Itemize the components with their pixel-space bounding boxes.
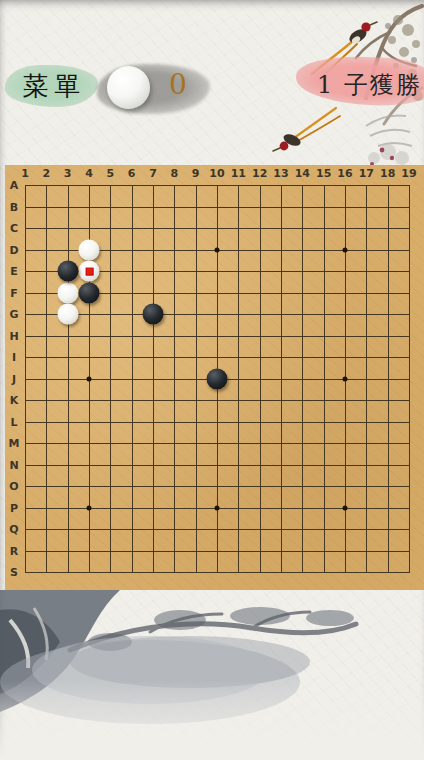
board-cell [366, 529, 387, 551]
board-cell [345, 400, 366, 422]
board-cell [366, 336, 387, 358]
board-cell [196, 336, 217, 358]
board-cell [366, 379, 387, 401]
board-cell [388, 486, 409, 508]
black-stone [57, 261, 78, 282]
board-cell [366, 400, 387, 422]
board-cell [68, 443, 89, 465]
board-cell [345, 508, 366, 530]
board-cell [46, 529, 67, 551]
board-cell [324, 486, 345, 508]
row-label: R [10, 544, 18, 557]
board-cell [132, 529, 153, 551]
board-cell [217, 400, 238, 422]
board-cell [46, 422, 67, 444]
board-cell [89, 207, 110, 229]
board-cell [110, 185, 131, 207]
board-cell [217, 422, 238, 444]
board-cell [89, 443, 110, 465]
star-point [87, 376, 92, 381]
board-cell [324, 529, 345, 551]
board-cell [196, 508, 217, 530]
board-cell [281, 207, 302, 229]
column-label: 12 [252, 167, 267, 180]
board-cell [324, 357, 345, 379]
board-cell [110, 336, 131, 358]
row-label: L [10, 415, 17, 428]
board-cell [25, 207, 46, 229]
white-stone-icon [107, 66, 150, 109]
column-label: 19 [401, 167, 416, 180]
board-cell [132, 336, 153, 358]
board-cell [68, 422, 89, 444]
board-cell [324, 271, 345, 293]
board-cell [217, 185, 238, 207]
board-cell [345, 314, 366, 336]
board-cell [302, 400, 323, 422]
board-cell [388, 551, 409, 573]
board-cell [260, 443, 281, 465]
board-cell [238, 314, 259, 336]
board-cell [153, 357, 174, 379]
board-cell [89, 357, 110, 379]
board-cell [388, 357, 409, 379]
board-cell [302, 529, 323, 551]
board-cell [196, 185, 217, 207]
column-label: 8 [171, 167, 179, 180]
board-cell [302, 357, 323, 379]
board-cell [366, 357, 387, 379]
board-cell [174, 207, 195, 229]
board-cell [388, 400, 409, 422]
board-cell [110, 207, 131, 229]
row-label: B [10, 200, 18, 213]
board-cell [132, 422, 153, 444]
menu-button[interactable]: 菜單 [5, 65, 98, 107]
column-label: 4 [85, 167, 93, 180]
board-cell [25, 551, 46, 573]
board-cell [110, 314, 131, 336]
star-point [87, 505, 92, 510]
board-cell [174, 508, 195, 530]
ink-landscape-painting-decoration [0, 590, 424, 760]
board-cell [110, 486, 131, 508]
board-cell [238, 357, 259, 379]
board-cell [46, 185, 67, 207]
board-cell [68, 207, 89, 229]
board-cell [388, 336, 409, 358]
column-label: 6 [128, 167, 136, 180]
board-cell [46, 207, 67, 229]
column-label: 11 [231, 167, 246, 180]
board-cell [238, 551, 259, 573]
board-cell [110, 271, 131, 293]
board-cell [25, 250, 46, 272]
board-cell [89, 314, 110, 336]
column-label: 13 [273, 167, 288, 180]
board-cell [345, 185, 366, 207]
board-cell [110, 422, 131, 444]
column-label: 2 [43, 167, 51, 180]
board-cell [345, 551, 366, 573]
board-cell [110, 228, 131, 250]
column-label: 9 [192, 167, 200, 180]
board-cell [260, 551, 281, 573]
row-label: I [12, 351, 16, 364]
board-cell [345, 422, 366, 444]
board-cell [366, 271, 387, 293]
board-cell [110, 529, 131, 551]
board-cell [153, 228, 174, 250]
board-cell [388, 228, 409, 250]
board-cell [132, 486, 153, 508]
board-cell [46, 465, 67, 487]
board-cell [153, 486, 174, 508]
board-cell [46, 508, 67, 530]
board-cell [281, 185, 302, 207]
board-cell [196, 400, 217, 422]
board-cell [388, 529, 409, 551]
white-captures-count: 0 [162, 68, 194, 101]
board-cell [132, 551, 153, 573]
board-cell [217, 443, 238, 465]
star-point [343, 247, 348, 252]
white-stone [79, 261, 100, 282]
board-cell [132, 357, 153, 379]
column-label: 7 [149, 167, 157, 180]
board-cell [281, 465, 302, 487]
board-cell [345, 250, 366, 272]
board-cell [238, 336, 259, 358]
board-cell [345, 357, 366, 379]
board-cell [281, 228, 302, 250]
board-cell [110, 465, 131, 487]
board-cell [345, 486, 366, 508]
board-cell [174, 314, 195, 336]
board-cell [260, 336, 281, 358]
board-cell [25, 486, 46, 508]
board-cell [388, 443, 409, 465]
board-cell [260, 207, 281, 229]
board-cell [324, 443, 345, 465]
board-cell [217, 486, 238, 508]
board-cell [196, 465, 217, 487]
column-label: 14 [295, 167, 310, 180]
board-cell [25, 379, 46, 401]
board-cell [388, 293, 409, 315]
board-cell [260, 271, 281, 293]
board-cell [302, 551, 323, 573]
board-cell [25, 314, 46, 336]
column-label: 5 [107, 167, 115, 180]
board-cell [388, 207, 409, 229]
board-cell [281, 357, 302, 379]
board-cell [260, 250, 281, 272]
board-cell [302, 314, 323, 336]
board-cell [174, 379, 195, 401]
board-cell [281, 379, 302, 401]
board-cell [324, 551, 345, 573]
board-cell [68, 508, 89, 530]
row-label: D [9, 243, 18, 256]
board-cell [366, 293, 387, 315]
board-cell [345, 207, 366, 229]
board-cell [153, 422, 174, 444]
board-cell [153, 551, 174, 573]
board-cell [174, 185, 195, 207]
board-cell [174, 443, 195, 465]
board-cell [302, 379, 323, 401]
black-stone [143, 304, 164, 325]
board-cell [388, 465, 409, 487]
app-screen: 1 子獲勝 菜單 0 12345678910111213141516171819… [0, 0, 424, 760]
board-cell [25, 185, 46, 207]
win-condition-label: 1 子獲勝 [317, 69, 422, 101]
board-cell [68, 379, 89, 401]
row-label: E [10, 265, 18, 278]
star-point [215, 247, 220, 252]
board-cell [89, 336, 110, 358]
menu-button-label: 菜單 [23, 69, 87, 104]
board-cell [196, 250, 217, 272]
board-cell [238, 271, 259, 293]
board-cell [388, 508, 409, 530]
board-cell [25, 529, 46, 551]
board-cell [302, 443, 323, 465]
board-cell [89, 508, 110, 530]
board-cell [302, 271, 323, 293]
board-cell [217, 250, 238, 272]
board-cell [238, 207, 259, 229]
board-cell [345, 443, 366, 465]
board-cell [25, 400, 46, 422]
board-cell [260, 314, 281, 336]
board-cell [260, 486, 281, 508]
board-cell [366, 443, 387, 465]
board-cell [324, 314, 345, 336]
board-cell [238, 422, 259, 444]
board-cell [89, 529, 110, 551]
board-cell [345, 336, 366, 358]
board-cell [174, 357, 195, 379]
board-cell [25, 293, 46, 315]
board-cell [153, 250, 174, 272]
board-cell [46, 486, 67, 508]
board-cell [388, 271, 409, 293]
board-cell [153, 336, 174, 358]
board-cell [302, 228, 323, 250]
board-cell [153, 465, 174, 487]
board-cell [366, 207, 387, 229]
board-cell [46, 379, 67, 401]
board-cell [366, 465, 387, 487]
board-cell [302, 207, 323, 229]
black-stone [79, 282, 100, 303]
board-cell [132, 379, 153, 401]
board-cell [345, 379, 366, 401]
board-cell [132, 250, 153, 272]
column-label: 18 [380, 167, 395, 180]
board-cell [132, 400, 153, 422]
board-cell [238, 293, 259, 315]
row-label: Q [9, 523, 18, 536]
board-cell [302, 250, 323, 272]
board-cell [68, 551, 89, 573]
star-point [343, 505, 348, 510]
board-cell [174, 465, 195, 487]
board-cell [174, 529, 195, 551]
board-cell [238, 508, 259, 530]
board-cell [260, 529, 281, 551]
board-cell [238, 379, 259, 401]
board-cell [153, 529, 174, 551]
board-cell [281, 443, 302, 465]
board-cell [324, 228, 345, 250]
column-label: 17 [359, 167, 374, 180]
board-cell [196, 529, 217, 551]
board-cell [388, 314, 409, 336]
board-cell [345, 529, 366, 551]
board-cell [89, 551, 110, 573]
board-cell [89, 379, 110, 401]
board-cell [281, 551, 302, 573]
board-cell [324, 400, 345, 422]
board-cell [324, 336, 345, 358]
board-cell [238, 443, 259, 465]
board-cell [25, 357, 46, 379]
board-cell [46, 400, 67, 422]
board-cell [281, 486, 302, 508]
board-cell [196, 422, 217, 444]
board-cell [238, 185, 259, 207]
board-cell [174, 486, 195, 508]
board-cell [196, 443, 217, 465]
board-cell [68, 486, 89, 508]
board-cell [153, 185, 174, 207]
white-stone [57, 282, 78, 303]
board-cell [260, 293, 281, 315]
board-cell [132, 508, 153, 530]
board-cell [217, 551, 238, 573]
board-cell [260, 357, 281, 379]
board-cell [89, 185, 110, 207]
board-cell [324, 422, 345, 444]
board-cell [366, 185, 387, 207]
board-cell [68, 336, 89, 358]
board-cell [260, 400, 281, 422]
go-board[interactable]: 12345678910111213141516171819ABCDEFGHIJK… [5, 165, 424, 590]
board-overlay: 12345678910111213141516171819ABCDEFGHIJK… [25, 185, 410, 573]
board-cell [132, 207, 153, 229]
board-cell [281, 529, 302, 551]
board-cell [132, 465, 153, 487]
board-cell [174, 293, 195, 315]
board-cell [302, 185, 323, 207]
board-cell [132, 271, 153, 293]
white-stone [79, 239, 100, 260]
row-label: F [10, 286, 18, 299]
board-cell [324, 465, 345, 487]
board-cell [388, 250, 409, 272]
board-cell [153, 400, 174, 422]
board-cell [324, 207, 345, 229]
board-cell [174, 271, 195, 293]
board-cell [217, 529, 238, 551]
board-cell [324, 508, 345, 530]
board-cell [238, 228, 259, 250]
board-cell [217, 508, 238, 530]
board-cell [366, 486, 387, 508]
row-label: J [12, 372, 16, 385]
board-cell [153, 271, 174, 293]
board-cell [174, 551, 195, 573]
board-cell [68, 357, 89, 379]
board-cell [25, 443, 46, 465]
column-label: 3 [64, 167, 72, 180]
board-cell [174, 228, 195, 250]
board-cell [260, 508, 281, 530]
board-cell [281, 293, 302, 315]
board-cell [89, 422, 110, 444]
board-cell [302, 508, 323, 530]
board-cell [196, 228, 217, 250]
board-cell [281, 508, 302, 530]
board-cell [110, 293, 131, 315]
board-cell [345, 228, 366, 250]
row-label: N [9, 458, 18, 471]
row-label: A [10, 179, 19, 192]
board-cell [260, 185, 281, 207]
board-cell [110, 250, 131, 272]
row-label: P [10, 501, 18, 514]
board-cell [110, 379, 131, 401]
board-cell [196, 551, 217, 573]
board-cell [46, 357, 67, 379]
column-label: 1 [21, 167, 29, 180]
board-cell [366, 422, 387, 444]
board-cell [89, 486, 110, 508]
bottom-bar: ↑ ↓ ← → 落子 0 悔棋 [0, 590, 424, 760]
board-cell [366, 250, 387, 272]
column-label: 15 [316, 167, 331, 180]
board-cell [174, 400, 195, 422]
board-cell [196, 486, 217, 508]
board-cell [366, 551, 387, 573]
board-cell [324, 250, 345, 272]
board-cell [68, 529, 89, 551]
board-cell [46, 443, 67, 465]
board-cell [110, 357, 131, 379]
white-stone [57, 304, 78, 325]
board-cell [153, 508, 174, 530]
top-bar: 1 子獲勝 菜單 0 [0, 0, 424, 165]
board-cell [217, 207, 238, 229]
board-cell [238, 250, 259, 272]
board-cell [46, 336, 67, 358]
row-label: O [9, 480, 18, 493]
board-cell [68, 185, 89, 207]
board-cell [281, 400, 302, 422]
board-cell [366, 228, 387, 250]
board-cell [46, 551, 67, 573]
board-cell [132, 228, 153, 250]
board-cell [89, 400, 110, 422]
row-label: K [10, 394, 19, 407]
board-cell [238, 400, 259, 422]
board-cell [217, 465, 238, 487]
board-cell [260, 465, 281, 487]
board-cell [281, 271, 302, 293]
